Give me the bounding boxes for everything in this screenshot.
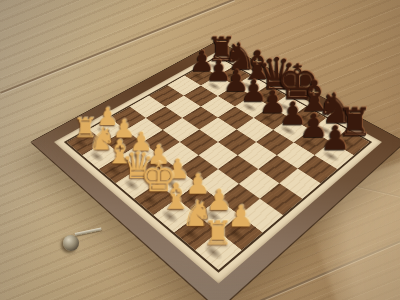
pawn-glyph: ♟ [321,122,351,155]
rook-glyph: ♜ [203,217,233,250]
piece-black-pawn-h7[interactable]: ♟ [321,122,348,155]
board-latch-knob [63,235,79,251]
square-g6[interactable] [276,142,315,169]
piece-white-rook-h1[interactable]: ♜ [202,217,234,250]
square-f5[interactable] [237,142,276,169]
chess-photo-scene: ♜♞♝♛♚♝♞♜♟♟♟♟♟♟♟♟♟♟♟♟♟♟♟♟♜♞♝♛♚♝♞♜ [0,0,400,300]
board-latch-bar [75,227,102,236]
